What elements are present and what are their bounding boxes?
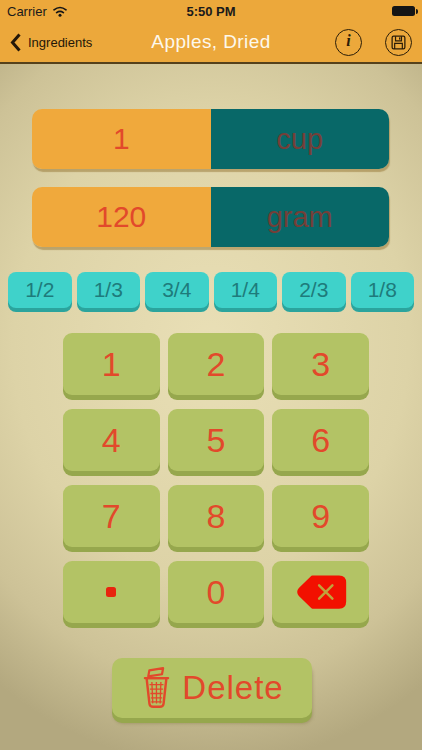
delete-label: Delete (182, 669, 283, 707)
fraction-button-third[interactable]: 1/3 (77, 272, 141, 308)
battery-full-icon (392, 6, 415, 16)
status-bar: Carrier 5:50 PM (0, 0, 422, 22)
number-keypad: 1 2 3 4 5 6 7 8 9 0 (63, 333, 369, 623)
key-3[interactable]: 3 (272, 333, 369, 395)
amount-field[interactable]: 120 (32, 187, 211, 247)
key-9[interactable]: 9 (272, 485, 369, 547)
key-0[interactable]: 0 (168, 561, 265, 623)
fraction-button-quarter[interactable]: 1/4 (214, 272, 278, 308)
info-icon: i (346, 33, 350, 49)
fraction-button-two-thirds[interactable]: 2/3 (282, 272, 346, 308)
nav-actions: i (335, 22, 412, 62)
app-screen: Carrier 5:50 PM Ingredients Apples, Drie… (0, 0, 422, 750)
fraction-button-eighth[interactable]: 1/8 (351, 272, 415, 308)
trash-icon (140, 667, 173, 709)
floppy-disk-icon (390, 34, 407, 51)
save-button[interactable] (385, 29, 412, 56)
info-button[interactable]: i (335, 29, 362, 56)
fraction-button-row: 1/2 1/3 3/4 1/4 2/3 1/8 (8, 272, 414, 308)
key-5[interactable]: 5 (168, 409, 265, 471)
key-8[interactable]: 8 (168, 485, 265, 547)
fraction-button-three-quarters[interactable]: 3/4 (145, 272, 209, 308)
key-1[interactable]: 1 (63, 333, 160, 395)
status-time: 5:50 PM (0, 4, 422, 19)
delete-button[interactable]: Delete (112, 658, 312, 718)
key-7[interactable]: 7 (63, 485, 160, 547)
unit-field[interactable]: cup (211, 109, 390, 169)
backspace-x-icon (293, 573, 349, 611)
key-backspace[interactable] (272, 561, 369, 623)
fraction-button-half[interactable]: 1/2 (8, 272, 72, 308)
amount-field[interactable]: 1 (32, 109, 211, 169)
key-2[interactable]: 2 (168, 333, 265, 395)
key-6[interactable]: 6 (272, 409, 369, 471)
key-4[interactable]: 4 (63, 409, 160, 471)
unit-field[interactable]: gram (211, 187, 390, 247)
decimal-dot-icon (106, 587, 116, 597)
conversion-row-from: 1 cup (32, 109, 389, 169)
conversion-row-to: 120 gram (32, 187, 389, 247)
key-decimal[interactable] (63, 561, 160, 623)
nav-bar: Ingredients Apples, Dried i (0, 22, 422, 64)
